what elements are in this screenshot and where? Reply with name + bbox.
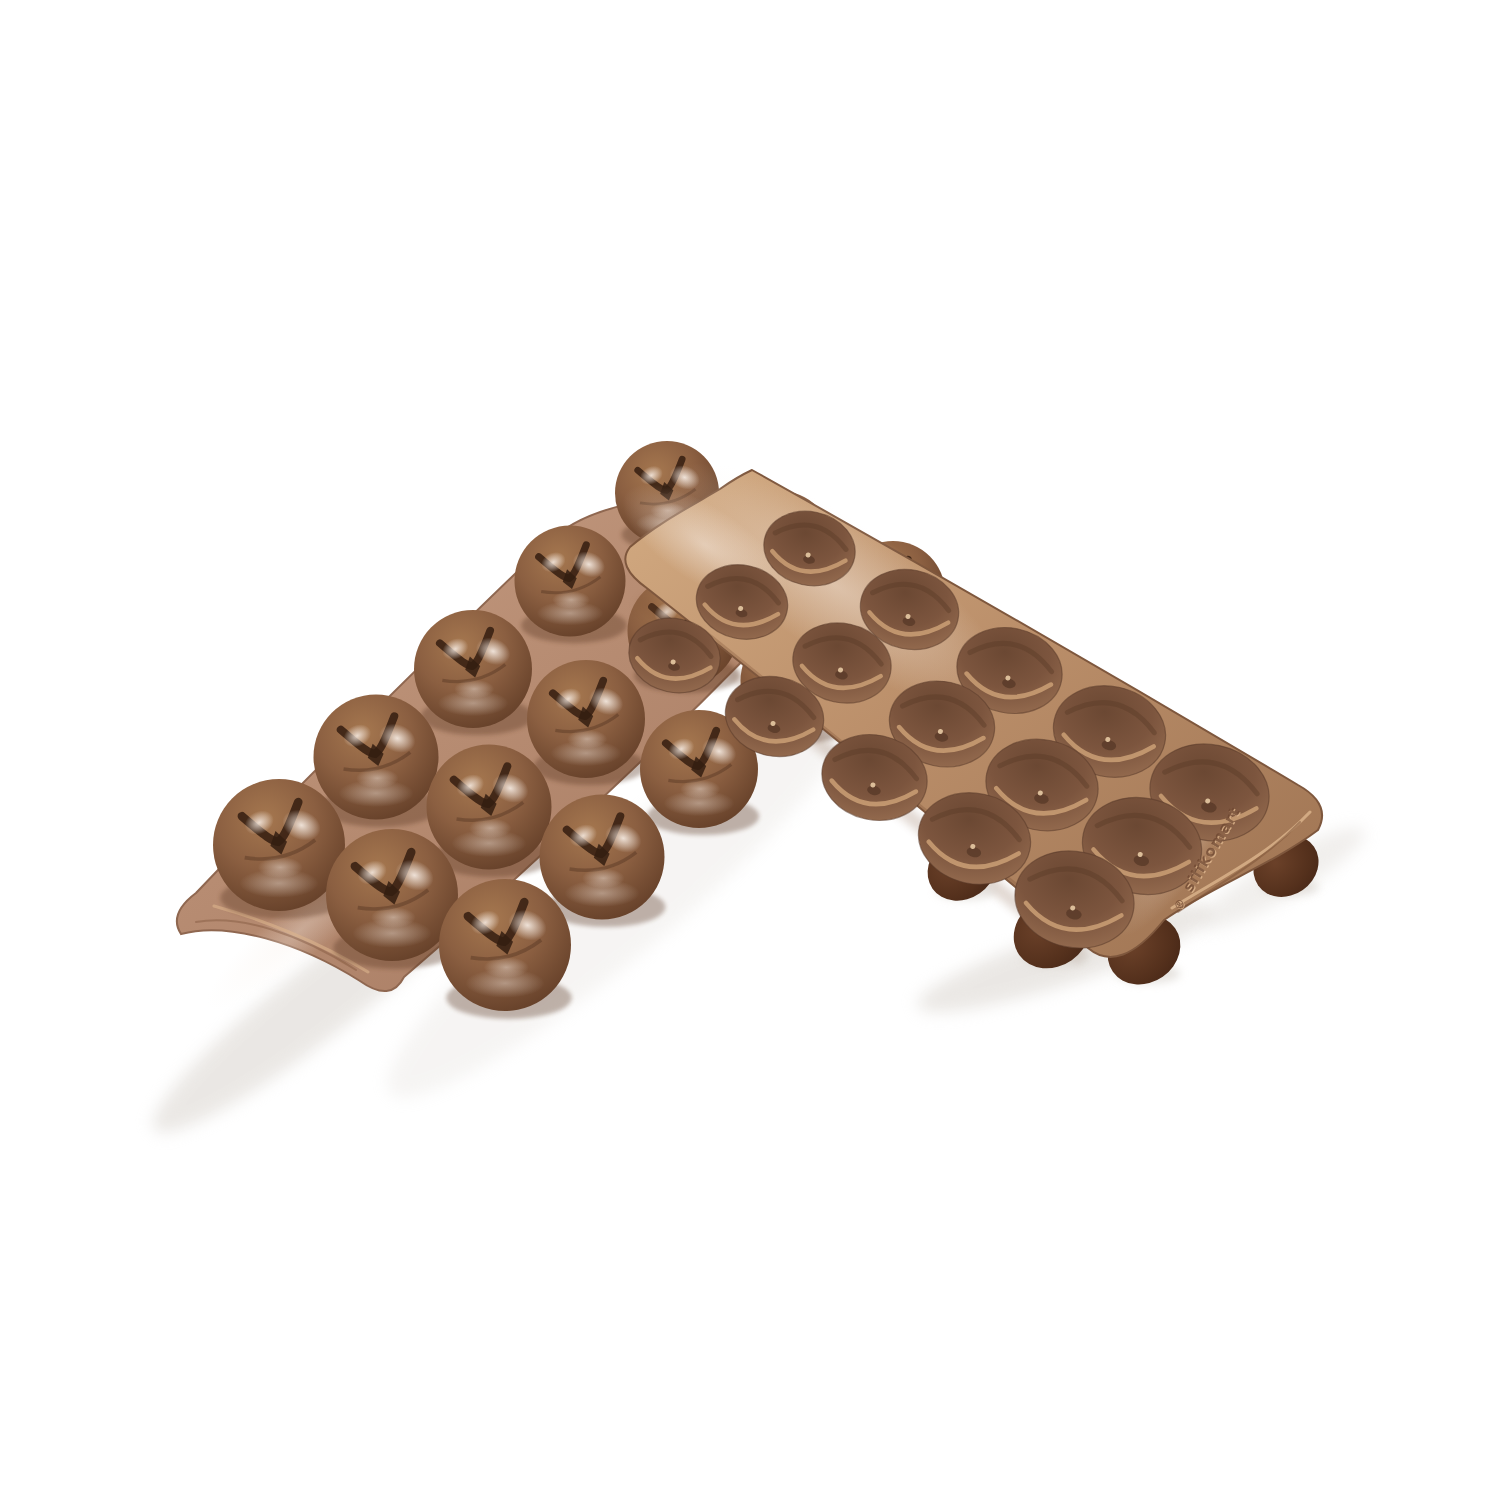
- mold-dome: [414, 610, 533, 735]
- dome-highlight: [582, 868, 625, 888]
- dome-highlight: [680, 780, 720, 799]
- mold-dome: [213, 779, 346, 919]
- dome-highlight: [454, 680, 494, 699]
- dome-highlight: [371, 907, 416, 928]
- dome-highlight: [567, 730, 607, 749]
- product-photo: ®®silikomartsilikomart: [0, 0, 1500, 1500]
- mold-dome: [527, 660, 646, 785]
- dome-highlight: [552, 591, 590, 609]
- mold-dome: [439, 879, 572, 1019]
- dome-highlight: [484, 957, 529, 978]
- scene-layers: ®®silikomartsilikomart: [132, 421, 1374, 1158]
- mold-dome: [515, 526, 627, 644]
- dome-highlight: [356, 768, 399, 788]
- dome-highlight: [469, 818, 512, 838]
- chocolate-mould-scene: ®®silikomartsilikomart: [0, 0, 1500, 1500]
- dome-highlight: [258, 857, 303, 878]
- mold-dome: [326, 829, 459, 969]
